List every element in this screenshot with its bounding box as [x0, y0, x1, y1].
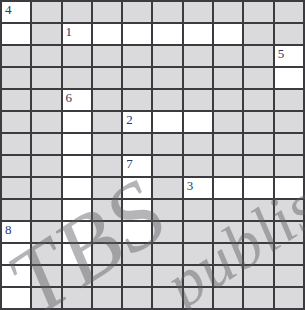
cell-r7c5	[123, 134, 151, 154]
cell-r6c4	[93, 112, 121, 132]
clue-number-8: 8	[5, 223, 12, 237]
cell-r12c3[interactable]	[63, 244, 91, 264]
cell-r2c3[interactable]: 1	[63, 24, 91, 44]
cell-r10c1	[2, 200, 30, 220]
cell-r4c8	[214, 68, 242, 88]
cell-r4c3	[63, 68, 91, 88]
crossword-puzzle: 41562738 TBS publis	[0, 0, 305, 310]
cell-r13c4	[93, 266, 121, 286]
cell-r7c8	[214, 134, 242, 154]
cell-r12c9	[244, 244, 272, 264]
cell-r1c9	[244, 2, 272, 22]
cell-r5c3[interactable]: 6	[63, 90, 91, 110]
cell-r14c1[interactable]	[2, 288, 30, 308]
cell-r13c9	[244, 266, 272, 286]
cell-r3c6	[153, 46, 181, 66]
cell-r1c7	[184, 2, 212, 22]
clue-number-5: 5	[278, 47, 285, 61]
cell-r12c4	[93, 244, 121, 264]
cell-r3c4	[93, 46, 121, 66]
cell-r12c8	[214, 244, 242, 264]
cell-r5c1	[2, 90, 30, 110]
cell-r13c1[interactable]	[2, 266, 30, 286]
cell-r7c7	[184, 134, 212, 154]
cell-r14c7	[184, 288, 212, 308]
cell-r8c7	[184, 156, 212, 176]
cell-r6c8	[214, 112, 242, 132]
cell-r6c6[interactable]	[153, 112, 181, 132]
cell-r11c1[interactable]: 8	[2, 222, 30, 242]
cell-r7c4	[93, 134, 121, 154]
cell-r5c7	[184, 90, 212, 110]
cell-r14c2	[32, 288, 60, 308]
cell-r1c5	[123, 2, 151, 22]
cell-r1c4	[93, 2, 121, 22]
cell-r10c3[interactable]	[63, 200, 91, 220]
cell-r4c4	[93, 68, 121, 88]
cell-r8c4	[93, 156, 121, 176]
cell-r6c10	[275, 112, 303, 132]
cell-r2c9	[244, 24, 272, 44]
cell-r2c10	[275, 24, 303, 44]
cell-r10c8	[214, 200, 242, 220]
cell-r5c8	[214, 90, 242, 110]
cell-r14c9	[244, 288, 272, 308]
clue-number-3: 3	[187, 179, 194, 193]
cell-r11c9	[244, 222, 272, 242]
cell-r5c6	[153, 90, 181, 110]
cell-r5c10	[275, 90, 303, 110]
clue-number-4: 4	[5, 3, 12, 17]
clue-number-2: 2	[126, 113, 133, 127]
cell-r9c2	[32, 178, 60, 198]
crossword-board: 41562738	[0, 0, 305, 310]
cell-r8c10	[275, 156, 303, 176]
cell-r2c4[interactable]	[93, 24, 121, 44]
cell-r12c7	[184, 244, 212, 264]
cell-r4c6	[153, 68, 181, 88]
cell-r11c10	[275, 222, 303, 242]
cell-r12c2	[32, 244, 60, 264]
cell-r5c9	[244, 90, 272, 110]
cell-r10c10	[275, 200, 303, 220]
cell-r6c2	[32, 112, 60, 132]
cell-r1c6	[153, 2, 181, 22]
cell-r7c10	[275, 134, 303, 154]
cell-r1c8	[214, 2, 242, 22]
cell-r3c8	[214, 46, 242, 66]
cell-r8c6	[153, 156, 181, 176]
cell-r1c2	[32, 2, 60, 22]
cell-r6c1	[2, 112, 30, 132]
cell-r13c7	[184, 266, 212, 286]
cell-r9c5[interactable]	[123, 178, 151, 198]
cell-r2c5[interactable]	[123, 24, 151, 44]
cell-r5c4	[93, 90, 121, 110]
cell-r13c10	[275, 266, 303, 286]
cell-r3c1	[2, 46, 30, 66]
cell-r14c6	[153, 288, 181, 308]
cell-r9c9[interactable]	[244, 178, 272, 198]
cell-r4c7	[184, 68, 212, 88]
cell-r11c7	[184, 222, 212, 242]
cell-r4c2	[32, 68, 60, 88]
cell-r12c10	[275, 244, 303, 264]
cell-r9c1	[2, 178, 30, 198]
cell-r11c3[interactable]	[63, 222, 91, 242]
cell-r7c3[interactable]	[63, 134, 91, 154]
cell-r3c2	[32, 46, 60, 66]
cell-r1c10	[275, 2, 303, 22]
cell-r3c5	[123, 46, 151, 66]
cell-r11c5[interactable]	[123, 222, 151, 242]
cell-r10c6	[153, 200, 181, 220]
cell-r3c10[interactable]: 5	[275, 46, 303, 66]
cell-r4c1	[2, 68, 30, 88]
cell-r2c7[interactable]	[184, 24, 212, 44]
cell-r6c5[interactable]: 2	[123, 112, 151, 132]
cell-r14c3	[63, 288, 91, 308]
cell-r9c7[interactable]: 3	[184, 178, 212, 198]
cell-r2c8[interactable]	[214, 24, 242, 44]
cell-r5c2	[32, 90, 60, 110]
cell-r4c9	[244, 68, 272, 88]
clue-number-7: 7	[126, 157, 133, 171]
cell-r13c2	[32, 266, 60, 286]
cell-r7c6	[153, 134, 181, 154]
cell-r6c3[interactable]	[63, 112, 91, 132]
cell-r10c5[interactable]	[123, 200, 151, 220]
cell-r4c5	[123, 68, 151, 88]
cell-r14c10	[275, 288, 303, 308]
cell-r8c5[interactable]: 7	[123, 156, 151, 176]
cell-r8c3[interactable]	[63, 156, 91, 176]
cell-r12c1[interactable]	[2, 244, 30, 264]
cell-r4c10[interactable]	[275, 68, 303, 88]
cell-r2c2	[32, 24, 60, 44]
cell-r9c4	[93, 178, 121, 198]
cell-r6c9	[244, 112, 272, 132]
cell-r6c7[interactable]	[184, 112, 212, 132]
cell-r1c3	[63, 2, 91, 22]
cell-r3c3	[63, 46, 91, 66]
cell-r7c9	[244, 134, 272, 154]
cell-r3c7	[184, 46, 212, 66]
cell-r7c2	[32, 134, 60, 154]
cell-r9c8[interactable]	[214, 178, 242, 198]
clue-number-1: 1	[66, 25, 73, 39]
cell-r8c2	[32, 156, 60, 176]
cell-r13c5	[123, 266, 151, 286]
cell-r11c6	[153, 222, 181, 242]
cell-r10c2	[32, 200, 60, 220]
cell-r10c9	[244, 200, 272, 220]
cell-r13c8	[214, 266, 242, 286]
cell-r2c1[interactable]	[2, 24, 30, 44]
cell-r14c4	[93, 288, 121, 308]
cell-r9c6	[153, 178, 181, 198]
cell-r9c10[interactable]	[275, 178, 303, 198]
cell-r10c4	[93, 200, 121, 220]
cell-r7c1	[2, 134, 30, 154]
cell-r1c1[interactable]: 4	[2, 2, 30, 22]
cell-r8c1	[2, 156, 30, 176]
cell-r11c2	[32, 222, 60, 242]
cell-r8c9	[244, 156, 272, 176]
cell-r10c7	[184, 200, 212, 220]
cell-r9c3[interactable]	[63, 178, 91, 198]
cell-r14c5	[123, 288, 151, 308]
cell-r5c5	[123, 90, 151, 110]
cell-r13c3	[63, 266, 91, 286]
cell-r13c6	[153, 266, 181, 286]
cell-r12c5	[123, 244, 151, 264]
cell-r11c8	[214, 222, 242, 242]
cell-r11c4	[93, 222, 121, 242]
cell-r14c8	[214, 288, 242, 308]
cell-r3c9	[244, 46, 272, 66]
cell-r2c6[interactable]	[153, 24, 181, 44]
cell-r12c6	[153, 244, 181, 264]
cell-r8c8	[214, 156, 242, 176]
clue-number-6: 6	[66, 91, 73, 105]
